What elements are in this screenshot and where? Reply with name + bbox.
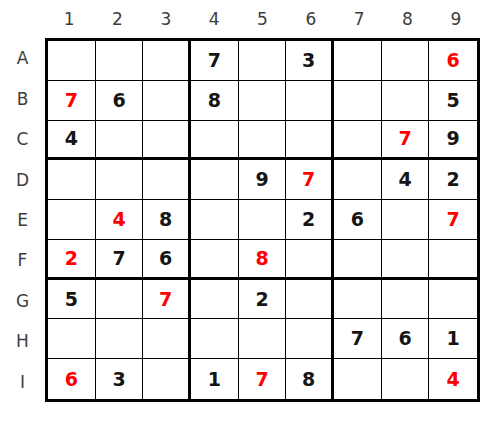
cell-F8[interactable] <box>382 240 430 280</box>
given-digit: 6 <box>351 210 364 229</box>
cell-H7[interactable]: 7 <box>334 319 382 359</box>
given-digit: 7 <box>65 91 78 110</box>
cell-A8[interactable] <box>382 41 430 81</box>
given-digit: 7 <box>302 170 315 189</box>
given-digit: 3 <box>302 51 315 70</box>
cell-F1[interactable]: 2 <box>48 240 96 280</box>
sudoku-grid: 73676854799742482672768572761631784 <box>45 38 480 402</box>
column-labels: 123456789 <box>45 0 480 38</box>
cell-I2[interactable]: 3 <box>96 359 144 399</box>
given-digit: 2 <box>255 290 268 309</box>
cell-F3[interactable]: 6 <box>143 240 191 280</box>
cell-G8[interactable] <box>382 280 430 320</box>
given-digit: 5 <box>65 290 78 309</box>
row-labels: ABCDEFGHI <box>0 38 45 402</box>
given-digit: 8 <box>159 210 172 229</box>
cell-E3[interactable]: 8 <box>143 200 191 240</box>
cell-A6[interactable]: 3 <box>286 41 334 81</box>
cell-I8[interactable] <box>382 359 430 399</box>
given-digit: 7 <box>351 329 364 348</box>
cell-A3[interactable] <box>143 41 191 81</box>
cell-B3[interactable] <box>143 81 191 121</box>
cell-D4[interactable] <box>191 160 239 200</box>
given-digit: 9 <box>447 129 460 148</box>
given-digit: 2 <box>65 249 78 268</box>
given-digit: 5 <box>447 91 460 110</box>
cell-D1[interactable] <box>48 160 96 200</box>
given-digit: 7 <box>159 290 172 309</box>
cell-B7[interactable] <box>334 81 382 121</box>
given-digit: 8 <box>255 249 268 268</box>
cell-H3[interactable] <box>143 319 191 359</box>
given-digit: 4 <box>398 170 411 189</box>
cell-A7[interactable] <box>334 41 382 81</box>
cell-D3[interactable] <box>143 160 191 200</box>
given-digit: 6 <box>112 91 125 110</box>
cell-D7[interactable] <box>334 160 382 200</box>
cell-H4[interactable] <box>191 319 239 359</box>
cell-D6[interactable]: 7 <box>286 160 334 200</box>
cell-A2[interactable] <box>96 41 144 81</box>
given-digit: 7 <box>398 129 411 148</box>
cell-B6[interactable] <box>286 81 334 121</box>
cell-I1[interactable]: 6 <box>48 359 96 399</box>
cell-C8[interactable]: 7 <box>382 121 430 161</box>
cell-D8[interactable]: 4 <box>382 160 430 200</box>
column-label-1: 1 <box>45 0 93 38</box>
cell-I5[interactable]: 7 <box>239 359 287 399</box>
cell-B4[interactable]: 8 <box>191 81 239 121</box>
column-label-4: 4 <box>190 0 238 38</box>
cell-B8[interactable] <box>382 81 430 121</box>
given-digit: 2 <box>302 210 315 229</box>
given-digit: 9 <box>255 170 268 189</box>
cell-E9[interactable]: 7 <box>429 200 477 240</box>
row-label-E: E <box>0 200 45 240</box>
column-label-6: 6 <box>287 0 335 38</box>
cell-C1[interactable]: 4 <box>48 121 96 161</box>
cell-D5[interactable]: 9 <box>239 160 287 200</box>
cell-A5[interactable] <box>239 41 287 81</box>
cell-I3[interactable] <box>143 359 191 399</box>
cell-G3[interactable]: 7 <box>143 280 191 320</box>
row-label-B: B <box>0 78 45 118</box>
given-digit: 4 <box>65 129 78 148</box>
cell-H5[interactable] <box>239 319 287 359</box>
given-digit: 2 <box>447 170 460 189</box>
cell-C6[interactable] <box>286 121 334 161</box>
cell-G7[interactable] <box>334 280 382 320</box>
cell-H8[interactable]: 6 <box>382 319 430 359</box>
cell-I7[interactable] <box>334 359 382 399</box>
given-digit: 8 <box>302 370 315 389</box>
given-digit: 7 <box>447 210 460 229</box>
cell-A9[interactable]: 6 <box>429 41 477 81</box>
cell-E4[interactable] <box>191 200 239 240</box>
cell-H1[interactable] <box>48 319 96 359</box>
row-label-H: H <box>0 321 45 361</box>
cell-E6[interactable]: 2 <box>286 200 334 240</box>
cell-G4[interactable] <box>191 280 239 320</box>
row-label-D: D <box>0 159 45 199</box>
row-label-I: I <box>0 362 45 402</box>
row-label-C: C <box>0 119 45 159</box>
row-label-G: G <box>0 281 45 321</box>
given-digit: 1 <box>447 329 460 348</box>
cell-B1[interactable]: 7 <box>48 81 96 121</box>
column-label-2: 2 <box>93 0 141 38</box>
cell-C2[interactable] <box>96 121 144 161</box>
cell-G9[interactable] <box>429 280 477 320</box>
cell-F2[interactable]: 7 <box>96 240 144 280</box>
cell-B5[interactable] <box>239 81 287 121</box>
sudoku-board: 123456789 ABCDEFGHI 73676854799742482672… <box>0 0 500 425</box>
cell-A1[interactable] <box>48 41 96 81</box>
given-digit: 3 <box>112 370 125 389</box>
given-digit: 4 <box>447 370 460 389</box>
row-label-A: A <box>0 38 45 78</box>
given-digit: 7 <box>112 249 125 268</box>
cell-G1[interactable]: 5 <box>48 280 96 320</box>
given-digit: 7 <box>208 51 221 70</box>
cell-I4[interactable]: 1 <box>191 359 239 399</box>
cell-D9[interactable]: 2 <box>429 160 477 200</box>
given-digit: 7 <box>255 370 268 389</box>
cell-F9[interactable] <box>429 240 477 280</box>
given-digit: 6 <box>447 51 460 70</box>
cell-A4[interactable]: 7 <box>191 41 239 81</box>
cell-H2[interactable] <box>96 319 144 359</box>
cell-E2[interactable]: 4 <box>96 200 144 240</box>
cell-F6[interactable] <box>286 240 334 280</box>
cell-E7[interactable]: 6 <box>334 200 382 240</box>
column-label-8: 8 <box>383 0 431 38</box>
cell-H9[interactable]: 1 <box>429 319 477 359</box>
cell-F4[interactable] <box>191 240 239 280</box>
cell-F7[interactable] <box>334 240 382 280</box>
cell-I9[interactable]: 4 <box>429 359 477 399</box>
cell-C4[interactable] <box>191 121 239 161</box>
given-digit: 1 <box>208 370 221 389</box>
column-label-7: 7 <box>335 0 383 38</box>
cell-E5[interactable] <box>239 200 287 240</box>
cell-D2[interactable] <box>96 160 144 200</box>
given-digit: 8 <box>208 91 221 110</box>
cell-C5[interactable] <box>239 121 287 161</box>
column-label-9: 9 <box>432 0 480 38</box>
given-digit: 6 <box>398 329 411 348</box>
cell-C9[interactable]: 9 <box>429 121 477 161</box>
cell-I6[interactable]: 8 <box>286 359 334 399</box>
cell-G5[interactable]: 2 <box>239 280 287 320</box>
row-label-F: F <box>0 240 45 280</box>
cell-C3[interactable] <box>143 121 191 161</box>
cell-B9[interactable]: 5 <box>429 81 477 121</box>
cell-E8[interactable] <box>382 200 430 240</box>
cell-B2[interactable]: 6 <box>96 81 144 121</box>
cell-H6[interactable] <box>286 319 334 359</box>
cell-G2[interactable] <box>96 280 144 320</box>
given-digit: 6 <box>159 249 172 268</box>
column-label-5: 5 <box>238 0 286 38</box>
given-digit: 6 <box>65 370 78 389</box>
column-label-3: 3 <box>142 0 190 38</box>
cell-C7[interactable] <box>334 121 382 161</box>
given-digit: 4 <box>112 210 125 229</box>
cell-E1[interactable] <box>48 200 96 240</box>
cell-G6[interactable] <box>286 280 334 320</box>
cell-F5[interactable]: 8 <box>239 240 287 280</box>
